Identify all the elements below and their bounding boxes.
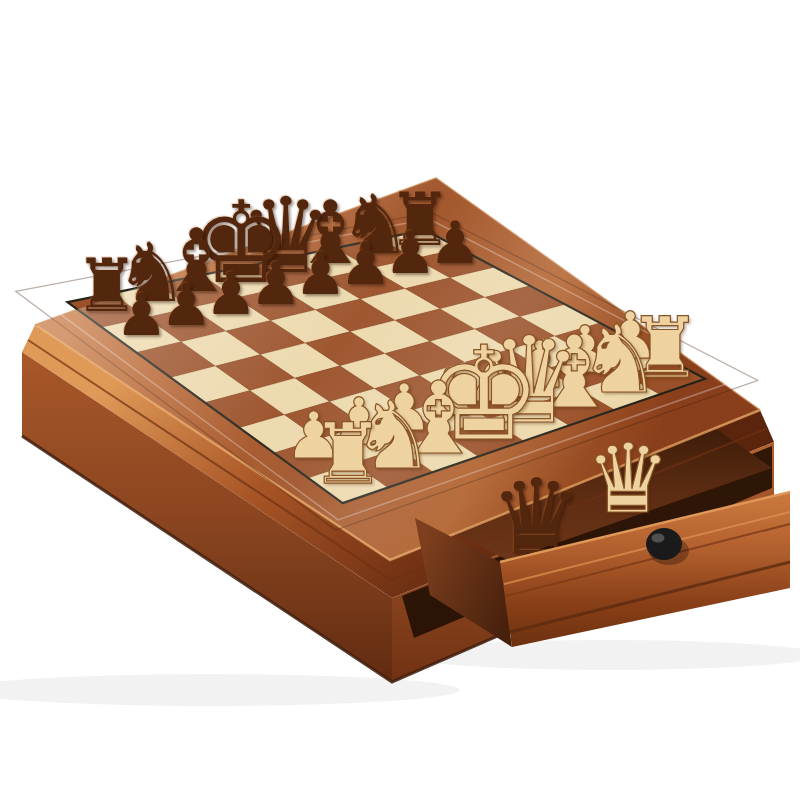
chess-set-photo: ♜♞♝♚♛♝♞♜♟♟♟♟♟♟♟♟♟♟♟♟♟♟♟♟♜♞♝♚♛♝♞♜♛♛ — [0, 0, 800, 800]
drawer-left-side — [415, 518, 512, 647]
knob-highlight — [652, 534, 665, 543]
drawer-assembly — [0, 0, 800, 800]
drawer-knob[interactable] — [646, 528, 682, 560]
